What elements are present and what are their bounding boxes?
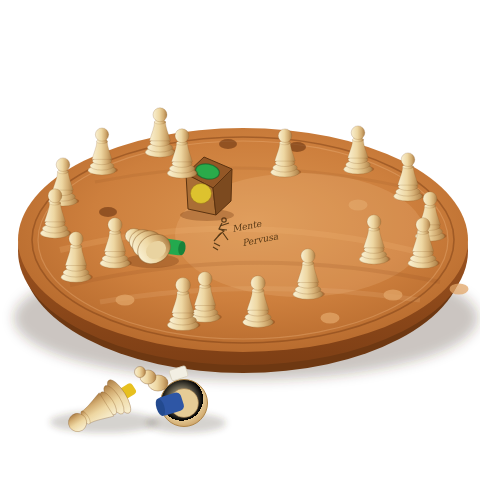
- board-hole-empty[interactable]: [219, 139, 237, 149]
- board-hole-plugged[interactable]: [450, 284, 469, 295]
- photo-stage: Mente Pervusa: [0, 0, 480, 480]
- pawn-body: [145, 108, 174, 157]
- board-hole-plugged[interactable]: [116, 295, 135, 306]
- board-hole-plugged[interactable]: [384, 290, 403, 301]
- board-hole-empty[interactable]: [99, 207, 117, 217]
- pawn[interactable]: [145, 108, 176, 157]
- die-yellow-dot: [191, 184, 212, 204]
- scene: Mente Pervusa: [0, 0, 480, 480]
- board-hole-plugged[interactable]: [321, 313, 340, 324]
- board-hole-plugged[interactable]: [349, 200, 368, 211]
- board: Mente Pervusa: [18, 128, 469, 373]
- blue-pawn-head: [135, 367, 146, 378]
